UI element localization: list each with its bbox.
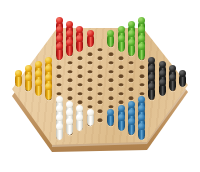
board-hole[interactable] bbox=[108, 52, 113, 56]
board-hole[interactable] bbox=[119, 74, 124, 78]
board-hole[interactable] bbox=[88, 70, 93, 74]
white-peg[interactable] bbox=[86, 109, 95, 126]
board-hole[interactable] bbox=[129, 87, 134, 91]
black-peg[interactable] bbox=[178, 70, 187, 87]
board-hole[interactable] bbox=[108, 96, 113, 100]
green-peg-head bbox=[138, 26, 145, 33]
blue-peg[interactable] bbox=[137, 123, 146, 140]
board-hole[interactable] bbox=[98, 118, 103, 122]
red-peg[interactable] bbox=[86, 30, 95, 47]
board-hole[interactable] bbox=[88, 52, 93, 56]
board-hole[interactable] bbox=[57, 83, 62, 87]
yellow-peg[interactable] bbox=[34, 79, 43, 96]
yellow-peg[interactable] bbox=[24, 74, 33, 91]
board-hole[interactable] bbox=[77, 101, 82, 105]
board-hole[interactable] bbox=[119, 92, 124, 96]
yellow-peg-head bbox=[35, 79, 42, 86]
board-hole[interactable] bbox=[129, 96, 134, 100]
red-peg-head bbox=[56, 35, 63, 42]
board-hole[interactable] bbox=[129, 61, 134, 65]
board-hole[interactable] bbox=[77, 57, 82, 61]
black-peg-head bbox=[159, 79, 166, 86]
board-hole[interactable] bbox=[77, 83, 82, 87]
green-peg[interactable] bbox=[127, 39, 136, 56]
blue-peg-head bbox=[118, 114, 125, 121]
green-peg-head bbox=[138, 35, 145, 42]
board-hole[interactable] bbox=[119, 83, 124, 87]
board-hole[interactable] bbox=[108, 87, 113, 91]
board-hole[interactable] bbox=[67, 79, 72, 83]
board-hole[interactable] bbox=[129, 79, 134, 83]
board-hole[interactable] bbox=[67, 96, 72, 100]
blue-peg[interactable] bbox=[117, 114, 126, 131]
board-hole[interactable] bbox=[139, 65, 144, 69]
red-peg[interactable] bbox=[55, 43, 64, 60]
board-hole[interactable] bbox=[98, 92, 103, 96]
black-peg[interactable] bbox=[158, 79, 167, 96]
green-peg-head bbox=[118, 35, 125, 42]
yellow-peg[interactable] bbox=[14, 70, 23, 87]
white-peg-body bbox=[87, 114, 94, 126]
green-peg-head bbox=[118, 26, 125, 33]
white-peg[interactable] bbox=[65, 118, 74, 135]
green-peg[interactable] bbox=[117, 35, 126, 52]
board-hole[interactable] bbox=[139, 74, 144, 78]
white-peg-head bbox=[56, 96, 63, 103]
white-peg-head bbox=[56, 114, 63, 121]
board-hole[interactable] bbox=[98, 83, 103, 87]
board-hole[interactable] bbox=[98, 57, 103, 61]
yellow-peg[interactable] bbox=[44, 83, 53, 100]
board-hole[interactable] bbox=[98, 48, 103, 52]
board-hole[interactable] bbox=[98, 65, 103, 69]
blue-peg-head bbox=[128, 118, 135, 125]
blue-peg-head bbox=[138, 114, 145, 121]
green-peg-head bbox=[128, 30, 135, 37]
board-hole[interactable] bbox=[88, 105, 93, 109]
yellow-peg-head bbox=[35, 70, 42, 77]
blue-peg[interactable] bbox=[106, 109, 115, 126]
yellow-peg-head bbox=[25, 74, 32, 81]
white-peg-head bbox=[87, 109, 94, 116]
green-peg[interactable] bbox=[106, 30, 115, 47]
board-hole[interactable] bbox=[139, 83, 144, 87]
board-hole[interactable] bbox=[67, 70, 72, 74]
blue-peg-body bbox=[107, 114, 114, 126]
board-hole[interactable] bbox=[88, 61, 93, 65]
board-hole[interactable] bbox=[88, 79, 93, 83]
board-hole[interactable] bbox=[57, 74, 62, 78]
red-peg-head bbox=[56, 17, 63, 24]
board-hole[interactable] bbox=[108, 105, 113, 109]
black-peg-head bbox=[159, 70, 166, 77]
black-peg-head bbox=[148, 57, 155, 64]
board-hole[interactable] bbox=[77, 65, 82, 69]
board-hole[interactable] bbox=[139, 92, 144, 96]
board-hole[interactable] bbox=[108, 79, 113, 83]
black-peg[interactable] bbox=[168, 74, 177, 91]
green-peg[interactable] bbox=[137, 43, 146, 60]
board-hole[interactable] bbox=[77, 92, 82, 96]
red-peg-body bbox=[56, 48, 63, 60]
blue-peg-head bbox=[138, 123, 145, 130]
board-hole[interactable] bbox=[88, 96, 93, 100]
white-peg[interactable] bbox=[75, 114, 84, 131]
board-hole[interactable] bbox=[67, 87, 72, 91]
board-hole[interactable] bbox=[108, 61, 113, 65]
yellow-peg-head bbox=[15, 70, 22, 77]
board-hole[interactable] bbox=[129, 70, 134, 74]
board-hole[interactable] bbox=[119, 65, 124, 69]
board-hole[interactable] bbox=[108, 70, 113, 74]
board-hole[interactable] bbox=[88, 87, 93, 91]
board-hole[interactable] bbox=[57, 92, 62, 96]
red-peg[interactable] bbox=[65, 39, 74, 56]
board-stage bbox=[0, 0, 200, 172]
board-hole[interactable] bbox=[98, 74, 103, 78]
blue-peg-head bbox=[118, 105, 125, 112]
board-hole[interactable] bbox=[57, 65, 62, 69]
white-peg[interactable] bbox=[55, 123, 64, 140]
board-hole[interactable] bbox=[119, 101, 124, 105]
blue-peg[interactable] bbox=[127, 118, 136, 135]
green-peg-head bbox=[128, 39, 135, 46]
black-peg-head bbox=[159, 61, 166, 68]
board-hole[interactable] bbox=[98, 101, 103, 105]
red-peg-head bbox=[76, 35, 83, 42]
red-peg[interactable] bbox=[75, 35, 84, 52]
board-hole[interactable] bbox=[119, 57, 124, 61]
blue-peg-head bbox=[128, 101, 135, 108]
white-peg-head bbox=[66, 101, 73, 108]
board-hole[interactable] bbox=[98, 109, 103, 113]
board-hole[interactable] bbox=[77, 74, 82, 78]
board-hole[interactable] bbox=[67, 61, 72, 65]
red-peg-head bbox=[66, 39, 73, 46]
white-peg-head bbox=[56, 123, 63, 130]
yellow-peg-head bbox=[45, 57, 52, 64]
red-peg-head bbox=[87, 30, 94, 37]
white-peg-head bbox=[56, 105, 63, 112]
black-peg[interactable] bbox=[147, 83, 156, 100]
green-peg-body bbox=[138, 48, 145, 60]
red-peg-head bbox=[56, 26, 63, 33]
